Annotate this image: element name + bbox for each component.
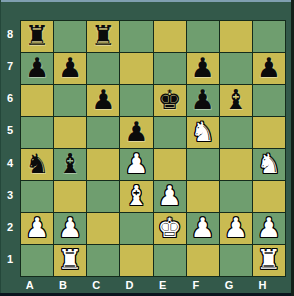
square-f4[interactable] <box>187 149 219 180</box>
square-h5[interactable] <box>253 117 285 148</box>
square-a5[interactable] <box>21 117 53 148</box>
square-c6[interactable]: ♟ <box>87 85 119 116</box>
piece-white-rook-h1[interactable]: ♜ <box>257 246 281 273</box>
square-f1[interactable] <box>187 245 219 276</box>
frame-top-highlight-edge <box>0 0 294 2</box>
square-b5[interactable] <box>54 117 86 148</box>
square-e8[interactable] <box>154 21 186 52</box>
rank-label-7: 7 <box>0 50 20 82</box>
file-label-f: F <box>179 277 212 293</box>
square-h2[interactable]: ♟ <box>253 213 285 244</box>
file-labels: ABCDEFGH <box>20 277 286 293</box>
piece-black-pawn-b7[interactable]: ♟ <box>58 54 82 81</box>
square-g1[interactable] <box>220 245 252 276</box>
square-c1[interactable] <box>87 245 119 276</box>
file-label-g: G <box>213 277 246 293</box>
piece-white-pawn-h2[interactable]: ♟ <box>257 214 281 241</box>
piece-black-king-e6[interactable]: ♚ <box>157 86 181 113</box>
square-e1[interactable] <box>154 245 186 276</box>
square-b4[interactable]: ♝ <box>54 149 86 180</box>
square-d6[interactable] <box>120 85 152 116</box>
square-h8[interactable] <box>253 21 285 52</box>
square-e3[interactable]: ♟ <box>154 181 186 212</box>
piece-black-bishop-b4[interactable]: ♝ <box>58 150 82 177</box>
square-d3[interactable]: ♝ <box>120 181 152 212</box>
file-label-a: A <box>13 277 46 293</box>
square-c8[interactable]: ♜ <box>87 21 119 52</box>
piece-black-rook-c8[interactable]: ♜ <box>91 22 115 49</box>
square-g8[interactable] <box>220 21 252 52</box>
piece-white-pawn-e3[interactable]: ♟ <box>157 182 181 209</box>
square-g6[interactable]: ♝ <box>220 85 252 116</box>
square-g2[interactable]: ♟ <box>220 213 252 244</box>
square-a6[interactable] <box>21 85 53 116</box>
square-d4[interactable]: ♟ <box>120 149 152 180</box>
piece-white-rook-b1[interactable]: ♜ <box>58 246 82 273</box>
square-e5[interactable] <box>154 117 186 148</box>
rank-label-4: 4 <box>0 147 20 179</box>
square-h6[interactable] <box>253 85 285 116</box>
rank-label-8: 8 <box>0 18 20 50</box>
square-a7[interactable]: ♟ <box>21 53 53 84</box>
piece-white-knight-f5[interactable]: ♞ <box>191 118 215 145</box>
rank-label-1: 1 <box>0 243 20 275</box>
square-h1[interactable]: ♜ <box>253 245 285 276</box>
piece-black-pawn-c6[interactable]: ♟ <box>91 86 115 113</box>
file-label-c: C <box>80 277 113 293</box>
frame-right-shadow-edge <box>291 0 294 296</box>
piece-white-pawn-b2[interactable]: ♟ <box>58 214 82 241</box>
square-g5[interactable] <box>220 117 252 148</box>
square-g7[interactable] <box>220 53 252 84</box>
square-a8[interactable]: ♜ <box>21 21 53 52</box>
square-d7[interactable] <box>120 53 152 84</box>
square-f3[interactable] <box>187 181 219 212</box>
square-d8[interactable] <box>120 21 152 52</box>
square-a1[interactable] <box>21 245 53 276</box>
square-b7[interactable]: ♟ <box>54 53 86 84</box>
file-label-b: B <box>46 277 79 293</box>
file-label-h: H <box>246 277 279 293</box>
square-c7[interactable] <box>87 53 119 84</box>
square-b8[interactable] <box>54 21 86 52</box>
piece-white-knight-h4[interactable]: ♞ <box>257 150 281 177</box>
piece-white-pawn-g2[interactable]: ♟ <box>224 214 248 241</box>
piece-black-pawn-d5[interactable]: ♟ <box>124 118 148 145</box>
piece-black-pawn-f6[interactable]: ♟ <box>191 86 215 113</box>
square-f5[interactable]: ♞ <box>187 117 219 148</box>
square-g4[interactable] <box>220 149 252 180</box>
square-b3[interactable] <box>54 181 86 212</box>
square-e6[interactable]: ♚ <box>154 85 186 116</box>
square-e2[interactable]: ♚ <box>154 213 186 244</box>
square-f7[interactable]: ♟ <box>187 53 219 84</box>
rank-label-6: 6 <box>0 82 20 114</box>
piece-black-bishop-g6[interactable]: ♝ <box>224 86 248 113</box>
square-e4[interactable] <box>154 149 186 180</box>
piece-black-pawn-a7[interactable]: ♟ <box>25 54 49 81</box>
square-h7[interactable]: ♟ <box>253 53 285 84</box>
square-a2[interactable]: ♟ <box>21 213 53 244</box>
square-c4[interactable] <box>87 149 119 180</box>
square-d5[interactable]: ♟ <box>120 117 152 148</box>
file-label-d: D <box>113 277 146 293</box>
rank-label-5: 5 <box>0 114 20 146</box>
file-label-e: E <box>146 277 179 293</box>
piece-black-pawn-h7[interactable]: ♟ <box>257 54 281 81</box>
square-e7[interactable] <box>154 53 186 84</box>
piece-white-pawn-a2[interactable]: ♟ <box>25 214 49 241</box>
square-b2[interactable]: ♟ <box>54 213 86 244</box>
rank-label-2: 2 <box>0 211 20 243</box>
square-b6[interactable] <box>54 85 86 116</box>
square-f8[interactable] <box>187 21 219 52</box>
piece-white-bishop-d3[interactable]: ♝ <box>124 182 148 209</box>
square-d1[interactable] <box>120 245 152 276</box>
square-a3[interactable] <box>21 181 53 212</box>
rank-label-3: 3 <box>0 179 20 211</box>
square-g3[interactable] <box>220 181 252 212</box>
rank-labels: 87654321 <box>0 20 20 277</box>
piece-black-knight-a4[interactable]: ♞ <box>25 150 49 177</box>
square-f6[interactable]: ♟ <box>187 85 219 116</box>
piece-black-pawn-f7[interactable]: ♟ <box>191 54 215 81</box>
square-h4[interactable]: ♞ <box>253 149 285 180</box>
square-c3[interactable] <box>87 181 119 212</box>
piece-white-king-e2[interactable]: ♚ <box>157 214 181 241</box>
square-d2[interactable] <box>120 213 152 244</box>
square-b1[interactable]: ♜ <box>54 245 86 276</box>
square-a4[interactable]: ♞ <box>21 149 53 180</box>
piece-black-rook-a8[interactable]: ♜ <box>25 22 49 49</box>
chess-board: ♜♜♟♟♟♟♟♚♟♝♟♞♞♝♟♞♝♟♟♟♚♟♟♟♜♜ <box>20 20 286 277</box>
piece-white-pawn-d4[interactable]: ♟ <box>124 150 148 177</box>
square-c2[interactable] <box>87 213 119 244</box>
square-c5[interactable] <box>87 117 119 148</box>
square-h3[interactable] <box>253 181 285 212</box>
chess-board-frame: 87654321 ♜♜♟♟♟♟♟♚♟♝♟♞♞♝♟♞♝♟♟♟♚♟♟♟♜♜ ABCD… <box>0 0 294 296</box>
piece-white-pawn-f2[interactable]: ♟ <box>191 214 215 241</box>
square-f2[interactable]: ♟ <box>187 213 219 244</box>
